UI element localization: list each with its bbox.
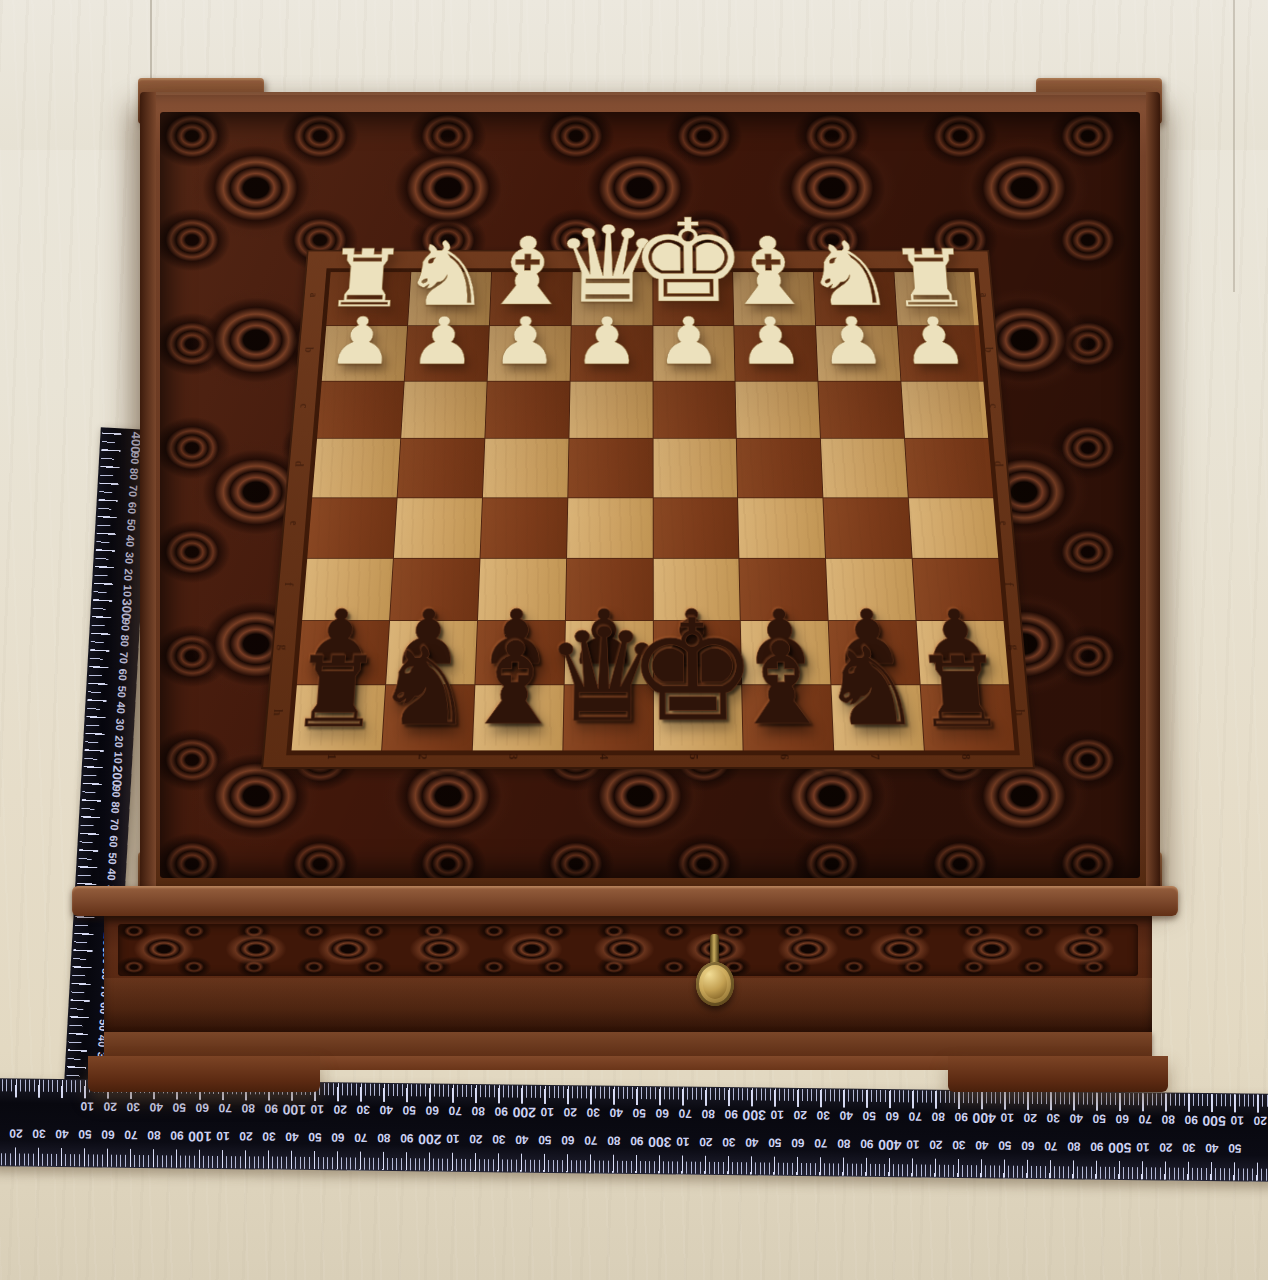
square [829, 621, 920, 684]
square [322, 326, 407, 381]
rank-label: f [280, 578, 295, 591]
square [740, 558, 828, 619]
square [390, 558, 479, 619]
square [826, 558, 915, 619]
wall-panel-seam [1233, 0, 1235, 292]
square [905, 439, 993, 497]
rank-label: g [275, 640, 291, 653]
square [735, 326, 818, 381]
file-label: 2 [414, 750, 430, 764]
square [292, 685, 385, 750]
square [307, 498, 396, 558]
square [653, 498, 739, 558]
square [816, 326, 900, 381]
square [736, 382, 820, 438]
square [571, 272, 652, 325]
square [485, 382, 569, 438]
square [901, 382, 988, 438]
frame-left-edge [140, 92, 156, 898]
rank-label: f [1000, 578, 1015, 591]
square [408, 272, 491, 325]
square [566, 558, 653, 619]
frame-right-edge [1146, 92, 1160, 898]
square [302, 558, 393, 619]
square [483, 439, 568, 497]
square [653, 439, 737, 497]
rank-label: c [985, 400, 1000, 412]
square [490, 272, 572, 325]
square [567, 498, 653, 558]
square [569, 382, 652, 438]
square [653, 558, 740, 619]
square [394, 498, 482, 558]
rank-label: d [990, 457, 1005, 469]
square [832, 685, 924, 750]
chessboard: 12345678abcdefghabcdefgh ♜♞♝♛♚♝♞♜♟♟♟♟♟♟♟… [261, 250, 1035, 769]
box-molded-edge [72, 886, 1178, 916]
ruler-number: 50 [1220, 1141, 1250, 1155]
square [738, 498, 825, 558]
square [570, 326, 652, 381]
rank-label: d [291, 457, 306, 469]
rank-label: g [1006, 640, 1022, 653]
square [475, 621, 564, 684]
drawer-knob [695, 934, 735, 1020]
square [814, 272, 897, 325]
base-upper-molding [104, 1032, 1152, 1056]
file-label: 3 [505, 750, 520, 764]
file-label: 5 [686, 750, 701, 764]
file-label: 8 [957, 750, 973, 764]
ruler-number: 20 [1245, 1113, 1268, 1127]
square [819, 382, 904, 438]
square [653, 272, 734, 325]
square [895, 272, 979, 325]
square [917, 621, 1009, 684]
square [564, 621, 652, 684]
square [653, 382, 736, 438]
board-squares [286, 268, 1020, 755]
square [824, 498, 912, 558]
square [472, 685, 563, 750]
square [743, 685, 834, 750]
square [386, 621, 477, 684]
rank-label: b [981, 344, 996, 355]
rank-label: a [976, 289, 990, 300]
square [653, 685, 743, 750]
square [312, 439, 400, 497]
square [382, 685, 474, 750]
square [563, 685, 652, 750]
file-label: 4 [595, 750, 610, 764]
square [653, 621, 741, 684]
base-foot-right [948, 1056, 1168, 1092]
rank-label: b [301, 344, 316, 355]
rank-label: h [269, 705, 285, 718]
square [921, 685, 1015, 750]
square [741, 621, 831, 684]
square [401, 382, 486, 438]
rank-label: e [995, 516, 1010, 528]
file-label: 1 [323, 750, 339, 764]
square [733, 272, 815, 325]
file-label: 7 [866, 750, 882, 764]
square [821, 439, 908, 497]
storage-drawer [104, 916, 1152, 1032]
square [737, 439, 823, 497]
knob-ball [696, 962, 734, 1006]
square [913, 558, 1004, 619]
square [326, 272, 410, 325]
square [653, 326, 735, 381]
square [317, 382, 404, 438]
horizontal-ruler: 1020304050607080901001020304050607080902… [0, 1078, 1268, 1182]
file-label: 6 [776, 750, 791, 764]
square [898, 326, 983, 381]
square [478, 558, 566, 619]
square [480, 498, 567, 558]
square [397, 439, 484, 497]
square [297, 621, 389, 684]
rank-label: a [306, 289, 320, 300]
square [487, 326, 570, 381]
square [405, 326, 489, 381]
rank-label: h [1011, 705, 1027, 718]
base-foot-left [88, 1056, 320, 1092]
square [909, 498, 998, 558]
rank-label: c [296, 400, 311, 412]
rank-label: e [286, 516, 301, 528]
drawer-front [104, 978, 1152, 1032]
photo-of-carved-chess-box: { "game": "chess", "scene": { "descripti… [0, 0, 1268, 1280]
square [568, 439, 652, 497]
drawer-carved-frieze [118, 924, 1138, 976]
